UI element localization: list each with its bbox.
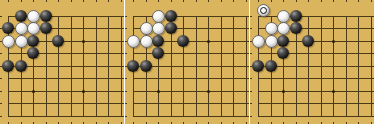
- black-stone: [15, 60, 27, 72]
- grid-horizontal-line: [258, 53, 372, 54]
- edge-tick-left: [250, 53, 252, 54]
- grid-horizontal-line: [133, 103, 247, 104]
- black-stone: [290, 22, 302, 34]
- edge-tick-left: [125, 103, 127, 104]
- edge-tick-bottom: [258, 122, 259, 124]
- black-stone: [165, 22, 177, 34]
- go-board-diagram-1: [0, 0, 124, 124]
- star-point: [82, 90, 85, 93]
- edge-tick-top: [371, 0, 372, 2]
- edge-tick-top: [158, 0, 159, 2]
- edge-tick-top: [8, 0, 9, 2]
- edge-tick-top: [33, 0, 34, 2]
- edge-tick-bottom: [346, 122, 347, 124]
- edge-tick-bottom: [233, 122, 234, 124]
- edge-tick-right: [247, 91, 249, 92]
- edge-tick-bottom: [296, 122, 297, 124]
- edge-tick-bottom: [71, 122, 72, 124]
- black-stone: [40, 10, 52, 22]
- edge-tick-right: [122, 66, 124, 67]
- black-stone: [152, 47, 164, 59]
- edge-tick-right: [122, 78, 124, 79]
- grid-horizontal-line: [8, 53, 122, 54]
- star-point: [32, 90, 35, 93]
- edge-tick-bottom: [83, 122, 84, 124]
- edge-tick-bottom: [171, 122, 172, 124]
- edge-tick-left: [125, 16, 127, 17]
- edge-tick-bottom: [308, 122, 309, 124]
- edge-tick-top: [21, 0, 22, 2]
- edge-tick-bottom: [221, 122, 222, 124]
- edge-tick-top: [71, 0, 72, 2]
- white-stone: [265, 35, 278, 48]
- edge-tick-top: [133, 0, 134, 2]
- grid-horizontal-line: [258, 91, 372, 92]
- go-lesson-diagram-strip: [0, 0, 374, 124]
- white-stone: [152, 10, 165, 23]
- edge-tick-top: [146, 0, 147, 2]
- edge-tick-left: [0, 16, 2, 17]
- edge-tick-top: [333, 0, 334, 2]
- edge-tick-bottom: [21, 122, 22, 124]
- white-stone: [252, 35, 265, 48]
- edge-tick-top: [271, 0, 272, 2]
- edge-tick-bottom: [108, 122, 109, 124]
- star-point: [157, 90, 160, 93]
- white-stone: [277, 22, 290, 35]
- edge-tick-right: [247, 116, 249, 117]
- edge-tick-top: [283, 0, 284, 2]
- edge-tick-top: [196, 0, 197, 2]
- go-board-diagram-3: [250, 0, 374, 124]
- edge-tick-left: [0, 78, 2, 79]
- black-stone: [2, 60, 14, 72]
- black-stone: [2, 22, 14, 34]
- grid-horizontal-line: [133, 53, 247, 54]
- edge-tick-left: [0, 91, 2, 92]
- edge-tick-top: [96, 0, 97, 2]
- edge-tick-top: [171, 0, 172, 2]
- white-stone: [2, 35, 15, 48]
- grid-horizontal-line: [8, 78, 122, 79]
- marked-white-stone: [257, 4, 270, 17]
- edge-tick-left: [0, 53, 2, 54]
- edge-tick-top: [358, 0, 359, 2]
- edge-tick-bottom: [271, 122, 272, 124]
- edge-tick-right: [122, 28, 124, 29]
- edge-tick-right: [122, 103, 124, 104]
- edge-tick-bottom: [58, 122, 59, 124]
- edge-tick-left: [0, 103, 2, 104]
- white-stone: [27, 22, 40, 35]
- edge-tick-bottom: [146, 122, 147, 124]
- edge-tick-bottom: [133, 122, 134, 124]
- edge-tick-top: [246, 0, 247, 2]
- edge-tick-bottom: [371, 122, 372, 124]
- edge-tick-left: [250, 78, 252, 79]
- black-stone: [127, 60, 139, 72]
- edge-tick-top: [58, 0, 59, 2]
- edge-tick-top: [346, 0, 347, 2]
- grid-horizontal-line: [258, 16, 372, 17]
- white-stone: [127, 35, 140, 48]
- grid-horizontal-line: [258, 103, 372, 104]
- grid-horizontal-line: [133, 116, 247, 117]
- black-stone: [277, 35, 289, 47]
- black-stone: [140, 60, 152, 72]
- edge-tick-bottom: [46, 122, 47, 124]
- star-point: [332, 40, 335, 43]
- black-stone: [302, 35, 314, 47]
- edge-tick-left: [125, 28, 127, 29]
- edge-tick-right: [247, 78, 249, 79]
- black-stone: [165, 10, 177, 22]
- edge-tick-bottom: [158, 122, 159, 124]
- edge-tick-bottom: [283, 122, 284, 124]
- edge-tick-bottom: [321, 122, 322, 124]
- edge-tick-top: [83, 0, 84, 2]
- edge-tick-left: [250, 28, 252, 29]
- edge-tick-right: [122, 91, 124, 92]
- edge-tick-bottom: [333, 122, 334, 124]
- black-stone: [40, 22, 52, 34]
- grid-horizontal-line: [133, 91, 247, 92]
- star-point: [207, 90, 210, 93]
- edge-tick-bottom: [358, 122, 359, 124]
- edge-tick-left: [250, 116, 252, 117]
- grid-horizontal-line: [133, 78, 247, 79]
- grid-horizontal-line: [258, 78, 372, 79]
- edge-tick-bottom: [183, 122, 184, 124]
- white-stone: [27, 10, 40, 23]
- grid-horizontal-line: [8, 116, 122, 117]
- white-stone: [140, 22, 153, 35]
- black-stone: [152, 35, 164, 47]
- grid-horizontal-line: [258, 116, 372, 117]
- star-point: [332, 90, 335, 93]
- edge-tick-right: [247, 103, 249, 104]
- edge-tick-right: [247, 28, 249, 29]
- black-stone: [277, 47, 289, 59]
- edge-tick-right: [122, 53, 124, 54]
- edge-tick-top: [208, 0, 209, 2]
- edge-tick-right: [247, 66, 249, 67]
- edge-tick-right: [247, 41, 249, 42]
- black-stone: [265, 60, 277, 72]
- edge-tick-left: [125, 53, 127, 54]
- black-stone: [15, 10, 27, 22]
- edge-tick-right: [122, 41, 124, 42]
- edge-tick-top: [258, 0, 259, 2]
- edge-tick-bottom: [121, 122, 122, 124]
- grid-horizontal-line: [8, 91, 122, 92]
- edge-tick-top: [308, 0, 309, 2]
- black-stone: [177, 35, 189, 47]
- edge-tick-top: [233, 0, 234, 2]
- white-stone: [15, 22, 28, 35]
- edge-tick-left: [125, 91, 127, 92]
- edge-tick-left: [0, 116, 2, 117]
- grid-horizontal-line: [133, 16, 247, 17]
- black-stone: [52, 35, 64, 47]
- white-stone: [140, 35, 153, 48]
- edge-tick-right: [122, 16, 124, 17]
- edge-tick-bottom: [33, 122, 34, 124]
- edge-tick-left: [125, 78, 127, 79]
- black-stone: [252, 60, 264, 72]
- white-stone: [277, 10, 290, 23]
- edge-tick-top: [46, 0, 47, 2]
- grid-horizontal-line: [8, 103, 122, 104]
- black-stone: [27, 35, 39, 47]
- edge-tick-left: [250, 91, 252, 92]
- go-board-diagram-2: [125, 0, 249, 124]
- edge-tick-bottom: [208, 122, 209, 124]
- edge-tick-right: [247, 16, 249, 17]
- black-stone: [27, 47, 39, 59]
- white-stone: [265, 22, 278, 35]
- edge-tick-top: [321, 0, 322, 2]
- white-stone: [15, 35, 28, 48]
- black-stone: [290, 10, 302, 22]
- star-point: [207, 40, 210, 43]
- edge-tick-top: [183, 0, 184, 2]
- edge-tick-top: [121, 0, 122, 2]
- edge-tick-top: [221, 0, 222, 2]
- star-point: [282, 90, 285, 93]
- edge-tick-top: [108, 0, 109, 2]
- edge-tick-top: [296, 0, 297, 2]
- edge-tick-left: [250, 103, 252, 104]
- edge-tick-bottom: [246, 122, 247, 124]
- edge-tick-right: [247, 53, 249, 54]
- white-stone: [152, 22, 165, 35]
- edge-tick-bottom: [96, 122, 97, 124]
- edge-tick-left: [125, 116, 127, 117]
- edge-tick-bottom: [8, 122, 9, 124]
- edge-tick-bottom: [196, 122, 197, 124]
- circle-marker: [260, 7, 267, 14]
- edge-tick-left: [250, 16, 252, 17]
- star-point: [82, 40, 85, 43]
- edge-tick-right: [122, 116, 124, 117]
